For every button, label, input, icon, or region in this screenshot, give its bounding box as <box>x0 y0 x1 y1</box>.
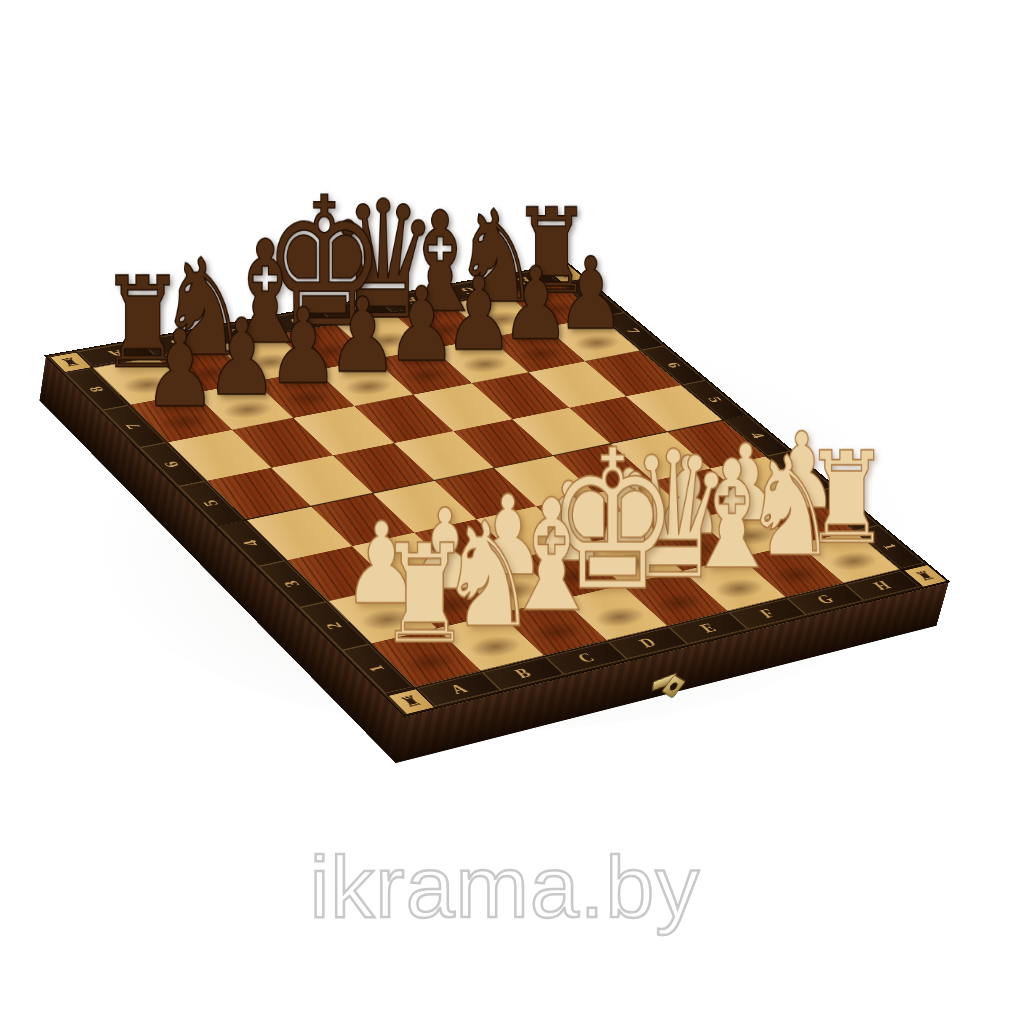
coordinate-text: 1 <box>364 663 389 673</box>
coordinate-text: 8 <box>85 385 109 393</box>
coordinate-text: E <box>696 621 720 636</box>
coordinate-text: G <box>813 592 838 607</box>
square-c6 <box>293 406 393 455</box>
coordinate-text: D <box>635 635 660 650</box>
coordinate-text: F <box>756 607 779 621</box>
coordinate-text: 4 <box>239 538 264 547</box>
watermark: ikrama.by <box>310 836 700 938</box>
coordinate-text: 3 <box>280 579 305 589</box>
black-pawn-a7: ♟ <box>143 316 216 423</box>
coordinate-text: 7 <box>122 422 146 430</box>
coordinate-text: B <box>511 666 535 682</box>
coordinate-text: H <box>870 578 895 593</box>
product-photo: ABCDEFGH ABCDEFGH 87654321 87654321 ♜ ♜ … <box>0 0 1010 1010</box>
black-pawn-b7: ♟ <box>206 306 278 412</box>
coordinate-text: 2 <box>322 621 347 631</box>
coordinate-text: C <box>574 650 599 666</box>
coordinate-text: 5 <box>704 396 726 404</box>
coordinate-text: 6 <box>160 460 184 469</box>
coordinate-text: 6 <box>663 361 685 369</box>
coordinate-text: 7 <box>622 327 643 334</box>
coordinate-text: A <box>446 681 472 697</box>
white-rook-a1: ♜ <box>378 527 471 663</box>
black-pawn-c7: ♟ <box>267 295 338 400</box>
coordinate-text: 5 <box>199 499 223 508</box>
